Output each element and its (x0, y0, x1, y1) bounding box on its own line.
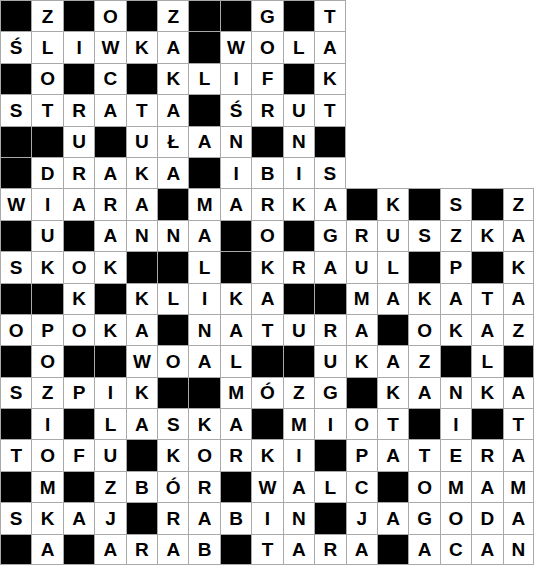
block-cell-r3c10 (283, 63, 314, 94)
letter-cell-r4c11[interactable]: T (314, 94, 345, 125)
empty-area (471, 0, 502, 31)
letter-cell-r4c8[interactable]: Ś (220, 94, 251, 125)
letter-cell-r7c9[interactable]: R (251, 188, 282, 219)
empty-area (377, 63, 408, 94)
letter-cell-r15c16[interactable]: R (471, 439, 502, 470)
letter-cell-r4c2[interactable]: T (31, 94, 62, 125)
letter-cell-r9c7[interactable]: L (188, 251, 219, 282)
letter-cell-r1c6[interactable]: Z (157, 0, 188, 31)
letter-cell-r15c2[interactable]: O (31, 439, 62, 470)
block-cell-r14c1 (0, 408, 31, 439)
letter-cell-r6c9[interactable]: B (251, 157, 282, 188)
letter-cell-r18c9[interactable]: T (251, 534, 282, 565)
letter-cell-r8c6[interactable]: N (157, 220, 188, 251)
letter-cell-r3c2[interactable]: O (31, 63, 62, 94)
letter-cell-r9c13[interactable]: L (377, 251, 408, 282)
letter-cell-r16c12[interactable]: C (346, 471, 377, 502)
block-cell-r16c13 (377, 471, 408, 502)
empty-area (377, 126, 408, 157)
block-cell-r8c10 (283, 220, 314, 251)
letter-cell-r11c16[interactable]: A (471, 314, 502, 345)
block-cell-r9c14 (408, 251, 439, 282)
empty-area (503, 31, 534, 62)
letter-cell-r1c2[interactable]: Z (31, 0, 62, 31)
block-cell-r5c4 (94, 126, 125, 157)
block-cell-r14c14 (408, 408, 439, 439)
block-cell-r9c16 (471, 251, 502, 282)
block-cell-r12c15 (440, 345, 471, 376)
block-cell-r7c14 (408, 188, 439, 219)
letter-cell-r2c8[interactable]: W (220, 31, 251, 62)
letter-cell-r18c6[interactable]: A (157, 534, 188, 565)
letter-cell-r9c2[interactable]: K (31, 251, 62, 282)
letter-cell-r10c16[interactable]: T (471, 283, 502, 314)
block-cell-r12c1 (0, 345, 31, 376)
letter-cell-r17c13[interactable]: A (377, 502, 408, 533)
empty-area (440, 126, 471, 157)
letter-cell-r9c10[interactable]: R (283, 251, 314, 282)
letter-cell-r12c16[interactable]: L (471, 345, 502, 376)
letter-cell-r9c15[interactable]: P (440, 251, 471, 282)
block-cell-r7c12 (346, 188, 377, 219)
letter-cell-r4c1[interactable]: S (0, 94, 31, 125)
letter-cell-r13c10[interactable]: Z (283, 377, 314, 408)
letter-cell-r14c5[interactable]: A (126, 408, 157, 439)
letter-cell-r9c9[interactable]: K (251, 251, 282, 282)
letter-cell-r4c6[interactable]: A (157, 94, 188, 125)
letter-cell-r7c2[interactable]: I (31, 188, 62, 219)
block-cell-r16c8 (220, 471, 251, 502)
letter-cell-r12c14[interactable]: Z (408, 345, 439, 376)
letter-cell-r16c6[interactable]: Ó (157, 471, 188, 502)
empty-area (471, 94, 502, 125)
letter-cell-r3c9[interactable]: F (251, 63, 282, 94)
letter-cell-r4c4[interactable]: A (94, 94, 125, 125)
letter-cell-r7c13[interactable]: K (377, 188, 408, 219)
letter-cell-r14c11[interactable]: I (314, 408, 345, 439)
letter-cell-r15c6[interactable]: K (157, 439, 188, 470)
letter-cell-r3c8[interactable]: I (220, 63, 251, 94)
letter-cell-r13c13[interactable]: K (377, 377, 408, 408)
letter-cell-r14c4[interactable]: L (94, 408, 125, 439)
letter-cell-r4c10[interactable]: U (283, 94, 314, 125)
letter-cell-r2c3[interactable]: I (63, 31, 94, 62)
block-cell-r1c1 (0, 0, 31, 31)
block-cell-r13c12 (346, 377, 377, 408)
letter-cell-r5c10[interactable]: N (283, 126, 314, 157)
letter-cell-r7c4[interactable]: R (94, 188, 125, 219)
block-cell-r12c4 (94, 345, 125, 376)
empty-area (503, 94, 534, 125)
letter-cell-r14c10[interactable]: M (283, 408, 314, 439)
letter-cell-r6c4[interactable]: A (94, 157, 125, 188)
letter-cell-r6c3[interactable]: R (63, 157, 94, 188)
letter-cell-r16c9[interactable]: W (251, 471, 282, 502)
letter-cell-r11c5[interactable]: A (126, 314, 157, 345)
letter-cell-r7c1[interactable]: W (0, 188, 31, 219)
block-cell-r1c8 (220, 0, 251, 31)
block-cell-r6c7 (188, 157, 219, 188)
letter-cell-r12c2[interactable]: O (31, 345, 62, 376)
empty-area (503, 126, 534, 157)
block-cell-r18c8 (220, 534, 251, 565)
letter-cell-r13c16[interactable]: K (471, 377, 502, 408)
letter-cell-r10c9[interactable]: A (251, 283, 282, 314)
letter-cell-r2c6[interactable]: A (157, 31, 188, 62)
empty-area (503, 0, 534, 31)
letter-cell-r16c17[interactable]: M (503, 471, 534, 502)
letter-cell-r8c13[interactable]: U (377, 220, 408, 251)
letter-cell-r10c12[interactable]: M (346, 283, 377, 314)
empty-area (440, 63, 471, 94)
empty-area (440, 31, 471, 62)
empty-area (503, 157, 534, 188)
block-cell-r1c5 (126, 0, 157, 31)
letter-cell-r10c17[interactable]: A (503, 283, 534, 314)
letter-cell-r4c9[interactable]: R (251, 94, 282, 125)
block-cell-r11c13 (377, 314, 408, 345)
letter-cell-r6c11[interactable]: S (314, 157, 345, 188)
empty-area (408, 126, 439, 157)
block-cell-r8c3 (63, 220, 94, 251)
block-cell-r8c1 (0, 220, 31, 251)
letter-cell-r13c3[interactable]: P (63, 377, 94, 408)
letter-cell-r13c1[interactable]: S (0, 377, 31, 408)
empty-area (377, 0, 408, 31)
letter-cell-r11c15[interactable]: K (440, 314, 471, 345)
letter-cell-r13c14[interactable]: A (408, 377, 439, 408)
letter-cell-r13c5[interactable]: K (126, 377, 157, 408)
letter-cell-r8c4[interactable]: A (94, 220, 125, 251)
letter-cell-r10c14[interactable]: K (408, 283, 439, 314)
letter-cell-r8c2[interactable]: U (31, 220, 62, 251)
letter-cell-r16c11[interactable]: L (314, 471, 345, 502)
letter-cell-r18c10[interactable]: A (283, 534, 314, 565)
letter-cell-r7c17[interactable]: Z (503, 188, 534, 219)
letter-cell-r13c4[interactable]: I (94, 377, 125, 408)
letter-cell-r13c11[interactable]: G (314, 377, 345, 408)
letter-cell-r8c9[interactable]: O (251, 220, 282, 251)
letter-cell-r6c5[interactable]: K (126, 157, 157, 188)
letter-cell-r16c14[interactable]: O (408, 471, 439, 502)
letter-cell-r6c10[interactable]: I (283, 157, 314, 188)
empty-area (408, 0, 439, 31)
letter-cell-r3c7[interactable]: L (188, 63, 219, 94)
letter-cell-r17c1[interactable]: S (0, 502, 31, 533)
letter-cell-r16c10[interactable]: A (283, 471, 314, 502)
letter-cell-r4c3[interactable]: R (63, 94, 94, 125)
letter-cell-r12c5[interactable]: W (126, 345, 157, 376)
empty-area (377, 31, 408, 62)
letter-cell-r14c8[interactable]: A (220, 408, 251, 439)
letter-cell-r17c4[interactable]: J (94, 502, 125, 533)
letter-cell-r8c16[interactable]: K (471, 220, 502, 251)
block-cell-r9c5 (126, 251, 157, 282)
letter-cell-r15c4[interactable]: U (94, 439, 125, 470)
letter-cell-r18c5[interactable]: R (126, 534, 157, 565)
empty-area (471, 157, 502, 188)
letter-cell-r15c3[interactable]: F (63, 439, 94, 470)
block-cell-r13c7 (188, 377, 219, 408)
letter-cell-r8c5[interactable]: N (126, 220, 157, 251)
empty-area (346, 126, 377, 157)
letter-cell-r11c12[interactable]: A (346, 314, 377, 345)
letter-cell-r10c7[interactable]: I (188, 283, 219, 314)
block-cell-r16c3 (63, 471, 94, 502)
empty-area (408, 31, 439, 62)
letter-cell-r17c3[interactable]: A (63, 502, 94, 533)
letter-cell-r6c2[interactable]: D (31, 157, 62, 188)
letter-cell-r7c5[interactable]: A (126, 188, 157, 219)
letter-cell-r11c8[interactable]: A (220, 314, 251, 345)
letter-cell-r5c6[interactable]: Ł (157, 126, 188, 157)
letter-cell-r2c9[interactable]: O (251, 31, 282, 62)
block-cell-r10c4 (94, 283, 125, 314)
block-cell-r1c3 (63, 0, 94, 31)
letter-cell-r13c17[interactable]: A (503, 377, 534, 408)
letter-cell-r14c13[interactable]: T (377, 408, 408, 439)
letter-cell-r1c9[interactable]: G (251, 0, 282, 31)
letter-cell-r9c1[interactable]: S (0, 251, 31, 282)
letter-cell-r5c3[interactable]: U (63, 126, 94, 157)
letter-cell-r16c2[interactable]: M (31, 471, 62, 502)
letter-cell-r8c7[interactable]: A (188, 220, 219, 251)
letter-cell-r7c10[interactable]: K (283, 188, 314, 219)
letter-cell-r11c7[interactable]: N (188, 314, 219, 345)
letter-cell-r13c9[interactable]: Ó (251, 377, 282, 408)
letter-cell-r10c13[interactable]: A (377, 283, 408, 314)
letter-cell-r11c17[interactable]: Z (503, 314, 534, 345)
block-cell-r12c17 (503, 345, 534, 376)
letter-cell-r15c13[interactable]: A (377, 439, 408, 470)
letter-cell-r17c16[interactable]: D (471, 502, 502, 533)
letter-cell-r8c11[interactable]: G (314, 220, 345, 251)
block-cell-r4c7 (188, 94, 219, 125)
empty-area (503, 63, 534, 94)
block-cell-r10c1 (0, 283, 31, 314)
letter-cell-r16c7[interactable]: R (188, 471, 219, 502)
letter-cell-r2c4[interactable]: W (94, 31, 125, 62)
empty-area (440, 157, 471, 188)
letter-cell-r17c6[interactable]: R (157, 502, 188, 533)
block-cell-r7c6 (157, 188, 188, 219)
block-cell-r5c9 (251, 126, 282, 157)
letter-cell-r15c15[interactable]: E (440, 439, 471, 470)
letter-cell-r15c1[interactable]: T (0, 439, 31, 470)
letter-cell-r1c4[interactable]: O (94, 0, 125, 31)
letter-cell-r17c15[interactable]: O (440, 502, 471, 533)
letter-cell-r14c17[interactable]: T (503, 408, 534, 439)
letter-cell-r2c11[interactable]: A (314, 31, 345, 62)
block-cell-r5c2 (31, 126, 62, 157)
letter-cell-r1c11[interactable]: T (314, 0, 345, 31)
letter-cell-r18c16[interactable]: A (471, 534, 502, 565)
letter-cell-r18c7[interactable]: B (188, 534, 219, 565)
block-cell-r12c9 (251, 345, 282, 376)
letter-cell-r7c3[interactable]: A (63, 188, 94, 219)
letter-cell-r15c10[interactable]: I (283, 439, 314, 470)
block-cell-r11c6 (157, 314, 188, 345)
block-cell-r10c2 (31, 283, 62, 314)
letter-cell-r11c1[interactable]: O (0, 314, 31, 345)
letter-cell-r2c1[interactable]: Ś (0, 31, 31, 62)
letter-cell-r17c17[interactable]: A (503, 502, 534, 533)
block-cell-r10c11 (314, 283, 345, 314)
empty-area (346, 31, 377, 62)
block-cell-r12c10 (283, 345, 314, 376)
letter-cell-r8c14[interactable]: S (408, 220, 439, 251)
empty-area (408, 94, 439, 125)
letter-cell-r10c6[interactable]: L (157, 283, 188, 314)
block-cell-r3c1 (0, 63, 31, 94)
empty-area (440, 94, 471, 125)
block-cell-r5c11 (314, 126, 345, 157)
letter-cell-r17c10[interactable]: N (283, 502, 314, 533)
letter-cell-r14c12[interactable]: O (346, 408, 377, 439)
letter-cell-r16c5[interactable]: B (126, 471, 157, 502)
letter-cell-r9c12[interactable]: U (346, 251, 377, 282)
letter-cell-r15c17[interactable]: A (503, 439, 534, 470)
empty-area (408, 157, 439, 188)
letter-cell-r10c15[interactable]: A (440, 283, 471, 314)
letter-cell-r7c11[interactable]: A (314, 188, 345, 219)
letter-cell-r13c8[interactable]: M (220, 377, 251, 408)
block-cell-r15c11 (314, 439, 345, 470)
letter-cell-r10c5[interactable]: K (126, 283, 157, 314)
letter-cell-r11c3[interactable]: O (63, 314, 94, 345)
letter-cell-r9c3[interactable]: O (63, 251, 94, 282)
empty-area (471, 63, 502, 94)
letter-cell-r18c2[interactable]: A (31, 534, 62, 565)
block-cell-r1c7 (188, 0, 219, 31)
letter-cell-r17c12[interactable]: J (346, 502, 377, 533)
letter-cell-r18c11[interactable]: R (314, 534, 345, 565)
empty-area (471, 31, 502, 62)
empty-area (346, 157, 377, 188)
letter-cell-r9c17[interactable]: K (503, 251, 534, 282)
letter-cell-r16c16[interactable]: A (471, 471, 502, 502)
empty-area (471, 126, 502, 157)
letter-cell-r3c4[interactable]: C (94, 63, 125, 94)
letter-cell-r12c6[interactable]: O (157, 345, 188, 376)
letter-cell-r11c11[interactable]: R (314, 314, 345, 345)
empty-area (377, 157, 408, 188)
letter-cell-r7c15[interactable]: S (440, 188, 471, 219)
block-cell-r8c8 (220, 220, 251, 251)
block-cell-r14c9 (251, 408, 282, 439)
block-cell-r9c8 (220, 251, 251, 282)
letter-cell-r6c8[interactable]: I (220, 157, 251, 188)
block-cell-r13c6 (157, 377, 188, 408)
empty-area (346, 63, 377, 94)
crossword-board: ZOZGTŚLIWKAWOLAOCKLIFKSTRATAŚRUTUUŁANNDR… (0, 0, 534, 565)
letter-cell-r15c9[interactable]: K (251, 439, 282, 470)
letter-cell-r11c10[interactable]: U (283, 314, 314, 345)
block-cell-r16c1 (0, 471, 31, 502)
letter-cell-r16c15[interactable]: M (440, 471, 471, 502)
empty-area (440, 0, 471, 31)
letter-cell-r9c4[interactable]: K (94, 251, 125, 282)
letter-cell-r14c6[interactable]: S (157, 408, 188, 439)
block-cell-r6c1 (0, 157, 31, 188)
letter-cell-r13c2[interactable]: Z (31, 377, 62, 408)
letter-cell-r15c7[interactable]: O (188, 439, 219, 470)
letter-cell-r15c14[interactable]: T (408, 439, 439, 470)
letter-cell-r11c2[interactable]: P (31, 314, 62, 345)
empty-area (346, 94, 377, 125)
letter-cell-r4c5[interactable]: T (126, 94, 157, 125)
letter-cell-r2c10[interactable]: L (283, 31, 314, 62)
block-cell-r2c7 (188, 31, 219, 62)
letter-cell-r12c12[interactable]: K (346, 345, 377, 376)
letter-cell-r15c12[interactable]: P (346, 439, 377, 470)
block-cell-r18c1 (0, 534, 31, 565)
block-cell-r18c3 (63, 534, 94, 565)
letter-cell-r7c8[interactable]: A (220, 188, 251, 219)
letter-cell-r15c8[interactable]: R (220, 439, 251, 470)
letter-cell-r3c6[interactable]: K (157, 63, 188, 94)
letter-cell-r18c17[interactable]: N (503, 534, 534, 565)
letter-cell-r6c6[interactable]: A (157, 157, 188, 188)
block-cell-r17c5 (126, 502, 157, 533)
letter-cell-r8c17[interactable]: A (503, 220, 534, 251)
block-cell-r18c13 (377, 534, 408, 565)
block-cell-r14c16 (471, 408, 502, 439)
block-cell-r10c10 (283, 283, 314, 314)
letter-cell-r12c11[interactable]: U (314, 345, 345, 376)
letter-cell-r10c8[interactable]: K (220, 283, 251, 314)
letter-cell-r2c5[interactable]: K (126, 31, 157, 62)
letter-cell-r17c8[interactable]: B (220, 502, 251, 533)
letter-cell-r14c15[interactable]: I (440, 408, 471, 439)
letter-cell-r10c3[interactable]: K (63, 283, 94, 314)
letter-cell-r9c11[interactable]: A (314, 251, 345, 282)
letter-cell-r8c15[interactable]: Z (440, 220, 471, 251)
letter-cell-r14c2[interactable]: I (31, 408, 62, 439)
letter-cell-r17c14[interactable]: G (408, 502, 439, 533)
letter-cell-r16c4[interactable]: Z (94, 471, 125, 502)
letter-cell-r12c8[interactable]: L (220, 345, 251, 376)
letter-cell-r17c2[interactable]: K (31, 502, 62, 533)
letter-cell-r11c14[interactable]: O (408, 314, 439, 345)
letter-cell-r8c12[interactable]: R (346, 220, 377, 251)
letter-cell-r11c4[interactable]: K (94, 314, 125, 345)
letter-cell-r18c15[interactable]: C (440, 534, 471, 565)
block-cell-r5c1 (0, 126, 31, 157)
block-cell-r7c16 (471, 188, 502, 219)
letter-cell-r13c15[interactable]: N (440, 377, 471, 408)
letter-cell-r18c14[interactable]: A (408, 534, 439, 565)
letter-cell-r17c7[interactable]: A (188, 502, 219, 533)
letter-cell-r2c2[interactable]: L (31, 31, 62, 62)
letter-cell-r3c11[interactable]: K (314, 63, 345, 94)
letter-cell-r5c8[interactable]: N (220, 126, 251, 157)
letter-cell-r17c9[interactable]: I (251, 502, 282, 533)
letter-cell-r12c7[interactable]: A (188, 345, 219, 376)
letter-cell-r7c7[interactable]: M (188, 188, 219, 219)
block-cell-r14c3 (63, 408, 94, 439)
block-cell-r17c11 (314, 502, 345, 533)
block-cell-r15c5 (126, 439, 157, 470)
letter-cell-r18c4[interactable]: A (94, 534, 125, 565)
block-cell-r3c3 (63, 63, 94, 94)
letter-cell-r18c12[interactable]: A (346, 534, 377, 565)
letter-cell-r12c13[interactable]: A (377, 345, 408, 376)
letter-cell-r14c7[interactable]: K (188, 408, 219, 439)
letter-cell-r5c5[interactable]: U (126, 126, 157, 157)
letter-cell-r11c9[interactable]: T (251, 314, 282, 345)
letter-cell-r5c7[interactable]: A (188, 126, 219, 157)
